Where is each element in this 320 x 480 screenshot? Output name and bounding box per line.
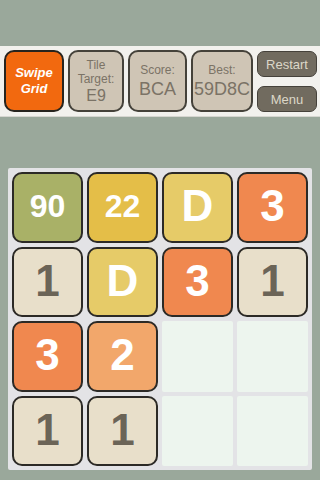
tile-D: D: [87, 247, 158, 318]
score-value: BCA: [139, 79, 176, 99]
menu-button[interactable]: Menu: [257, 86, 317, 112]
tile-1: 1: [237, 247, 308, 318]
best-box: Best: 59D8C: [191, 50, 253, 112]
empty-cell: [237, 396, 308, 467]
header-button-stack: Restart Menu: [257, 51, 317, 112]
tile-3: 3: [162, 247, 233, 318]
top-bar: Swipe Grid Tile Target: E9 Score: BCA Be…: [0, 46, 320, 117]
tile-target-label-line2: Target:: [78, 72, 115, 86]
score-box: Score: BCA: [128, 50, 187, 112]
tile-3: 3: [12, 321, 83, 392]
app-title-badge: Swipe Grid: [4, 50, 64, 112]
empty-cell: [162, 321, 233, 392]
tile-D: D: [162, 172, 233, 243]
tile-3: 3: [237, 172, 308, 243]
best-value: 59D8C: [194, 79, 250, 99]
tile-1: 1: [12, 247, 83, 318]
tile-target-value: E9: [86, 87, 106, 104]
app-title-line2: Grid: [21, 81, 48, 97]
app-title-line1: Swipe: [15, 65, 53, 81]
tile-90: 90: [12, 172, 83, 243]
tile-1: 1: [87, 396, 158, 467]
screen: Swipe Grid Tile Target: E9 Score: BCA Be…: [0, 0, 320, 480]
empty-cell: [162, 396, 233, 467]
tile-target-label-line1: Tile: [87, 58, 106, 72]
board[interactable]: 9022D31D313211: [8, 168, 312, 470]
restart-button[interactable]: Restart: [257, 51, 317, 77]
score-label: Score:: [140, 63, 175, 77]
tile-2: 2: [87, 321, 158, 392]
tile-22: 22: [87, 172, 158, 243]
tile-target-box: Tile Target: E9: [68, 50, 124, 112]
empty-cell: [237, 321, 308, 392]
best-label: Best:: [208, 63, 235, 77]
tile-1: 1: [12, 396, 83, 467]
